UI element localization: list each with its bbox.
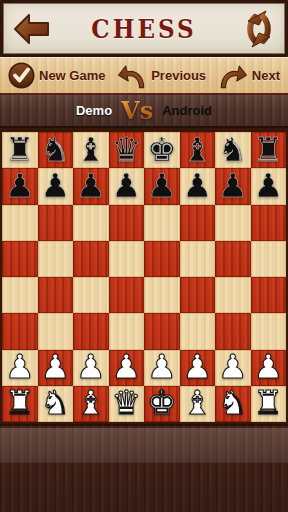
square-c1[interactable]: ♝: [73, 386, 109, 422]
player-right-name: Android: [162, 103, 212, 118]
square-e2[interactable]: ♟: [144, 350, 180, 386]
square-f8[interactable]: ♝: [180, 132, 216, 168]
white-knight: ♞: [40, 386, 70, 421]
black-pawn: ♟: [111, 169, 141, 204]
square-g8[interactable]: ♞: [215, 132, 251, 168]
square-a1[interactable]: ♜: [2, 386, 38, 422]
back-arrow-icon: [12, 12, 52, 46]
square-b3[interactable]: [38, 313, 74, 349]
curved-arrow-left-icon: [117, 62, 147, 90]
square-e8[interactable]: ♚: [144, 132, 180, 168]
square-h7[interactable]: ♟: [251, 168, 287, 204]
curved-arrow-right-icon: [218, 62, 248, 90]
square-g1[interactable]: ♞: [215, 386, 251, 422]
square-b1[interactable]: ♞: [38, 386, 74, 422]
square-e7[interactable]: ♟: [144, 168, 180, 204]
black-pawn: ♟: [182, 169, 212, 204]
white-pawn: ♟: [147, 350, 177, 385]
square-f2[interactable]: ♟: [180, 350, 216, 386]
square-f3[interactable]: [180, 313, 216, 349]
square-b7[interactable]: ♟: [38, 168, 74, 204]
board-frame: ♜♞♝♛♚♝♞♜♟♟♟♟♟♟♟♟♟♟♟♟♟♟♟♟♜♞♝♛♚♝♞♜: [0, 128, 288, 424]
square-d1[interactable]: ♛: [109, 386, 145, 422]
bottom-panel-band: [0, 428, 288, 463]
square-d3[interactable]: [109, 313, 145, 349]
square-c8[interactable]: ♝: [73, 132, 109, 168]
square-f5[interactable]: [180, 241, 216, 277]
square-g6[interactable]: [215, 205, 251, 241]
black-pawn: ♟: [253, 169, 283, 204]
square-b8[interactable]: ♞: [38, 132, 74, 168]
square-g2[interactable]: ♟: [215, 350, 251, 386]
square-h3[interactable]: [251, 313, 287, 349]
square-d4[interactable]: [109, 277, 145, 313]
previous-button[interactable]: Previous: [117, 62, 206, 90]
white-pawn: ♟: [40, 350, 70, 385]
white-rook: ♜: [5, 386, 35, 421]
square-c6[interactable]: [73, 205, 109, 241]
square-d8[interactable]: ♛: [109, 132, 145, 168]
black-knight: ♞: [40, 133, 70, 168]
white-queen: ♛: [111, 386, 141, 421]
white-bishop: ♝: [182, 386, 212, 421]
refresh-icon: [242, 9, 276, 49]
square-h5[interactable]: [251, 241, 287, 277]
black-pawn: ♟: [40, 169, 70, 204]
black-pawn: ♟: [147, 169, 177, 204]
white-bishop: ♝: [76, 386, 106, 421]
square-f7[interactable]: ♟: [180, 168, 216, 204]
square-b4[interactable]: [38, 277, 74, 313]
black-knight: ♞: [218, 133, 248, 168]
square-d2[interactable]: ♟: [109, 350, 145, 386]
square-d6[interactable]: [109, 205, 145, 241]
white-pawn: ♟: [5, 350, 35, 385]
square-a7[interactable]: ♟: [2, 168, 38, 204]
square-f4[interactable]: [180, 277, 216, 313]
black-bishop: ♝: [182, 133, 212, 168]
white-pawn: ♟: [218, 350, 248, 385]
black-pawn: ♟: [218, 169, 248, 204]
square-h8[interactable]: ♜: [251, 132, 287, 168]
white-king: ♚: [147, 386, 177, 421]
black-king: ♚: [147, 133, 177, 168]
square-c5[interactable]: [73, 241, 109, 277]
square-g4[interactable]: [215, 277, 251, 313]
check-circle-icon: [8, 62, 35, 89]
toolbar: New Game Previous Next: [0, 57, 288, 95]
square-d5[interactable]: [109, 241, 145, 277]
black-rook: ♜: [253, 133, 283, 168]
square-h4[interactable]: [251, 277, 287, 313]
square-b2[interactable]: ♟: [38, 350, 74, 386]
square-a3[interactable]: [2, 313, 38, 349]
white-knight: ♞: [218, 386, 248, 421]
square-b5[interactable]: [38, 241, 74, 277]
square-a4[interactable]: [2, 277, 38, 313]
players-bar: Demo Vs Android: [0, 95, 288, 128]
square-b6[interactable]: [38, 205, 74, 241]
white-pawn: ♟: [111, 350, 141, 385]
square-e1[interactable]: ♚: [144, 386, 180, 422]
square-a2[interactable]: ♟: [2, 350, 38, 386]
app-title: CHESS: [91, 12, 196, 43]
previous-label: Previous: [151, 68, 206, 83]
square-g7[interactable]: ♟: [215, 168, 251, 204]
next-button[interactable]: Next: [218, 62, 280, 90]
chess-app: CHESS New Game Previous: [0, 0, 288, 512]
square-e3[interactable]: [144, 313, 180, 349]
black-bishop: ♝: [76, 133, 106, 168]
black-queen: ♛: [111, 133, 141, 168]
square-f1[interactable]: ♝: [180, 386, 216, 422]
black-pawn: ♟: [76, 169, 106, 204]
square-h2[interactable]: ♟: [251, 350, 287, 386]
square-c3[interactable]: [73, 313, 109, 349]
square-h1[interactable]: ♜: [251, 386, 287, 422]
title-bar: CHESS: [0, 0, 288, 57]
white-pawn: ♟: [182, 350, 212, 385]
square-e4[interactable]: [144, 277, 180, 313]
white-rook: ♜: [253, 386, 283, 421]
player-left-name: Demo: [76, 103, 112, 118]
next-label: Next: [252, 68, 280, 83]
square-a8[interactable]: ♜: [2, 132, 38, 168]
refresh-button[interactable]: [242, 9, 276, 49]
back-button[interactable]: [12, 12, 52, 46]
versus-label: Vs: [121, 99, 153, 123]
square-c2[interactable]: ♟: [73, 350, 109, 386]
square-a6[interactable]: [2, 205, 38, 241]
white-pawn: ♟: [253, 350, 283, 385]
square-c4[interactable]: [73, 277, 109, 313]
black-rook: ♜: [5, 133, 35, 168]
square-h6[interactable]: [251, 205, 287, 241]
white-pawn: ♟: [76, 350, 106, 385]
chess-board: ♜♞♝♛♚♝♞♜♟♟♟♟♟♟♟♟♟♟♟♟♟♟♟♟♜♞♝♛♚♝♞♜: [2, 132, 286, 422]
new-game-label: New Game: [39, 68, 105, 83]
square-g3[interactable]: [215, 313, 251, 349]
square-a5[interactable]: [2, 241, 38, 277]
square-c7[interactable]: ♟: [73, 168, 109, 204]
square-e6[interactable]: [144, 205, 180, 241]
bottom-panel: [0, 424, 288, 512]
black-pawn: ♟: [5, 169, 35, 204]
square-d7[interactable]: ♟: [109, 168, 145, 204]
square-g5[interactable]: [215, 241, 251, 277]
new-game-button[interactable]: New Game: [8, 62, 105, 89]
square-e5[interactable]: [144, 241, 180, 277]
square-f6[interactable]: [180, 205, 216, 241]
